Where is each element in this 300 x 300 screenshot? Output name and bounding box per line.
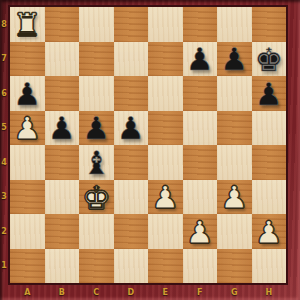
file-label-d: D xyxy=(114,286,149,299)
square-f7[interactable]: ♟ xyxy=(183,42,218,77)
square-d4[interactable] xyxy=(114,145,149,180)
square-f8[interactable] xyxy=(183,7,218,42)
white-pawn[interactable]: ♟ xyxy=(151,182,179,213)
square-e5[interactable] xyxy=(148,111,183,146)
square-c1[interactable] xyxy=(79,249,114,284)
square-g7[interactable]: ♟ xyxy=(217,42,252,77)
square-h4[interactable] xyxy=(252,145,287,180)
file-label-b: B xyxy=(45,286,80,299)
square-a4[interactable] xyxy=(10,145,45,180)
square-c3[interactable]: ♚ xyxy=(79,180,114,215)
square-e7[interactable] xyxy=(148,42,183,77)
square-h2[interactable]: ♟ xyxy=(252,214,287,249)
square-a7[interactable] xyxy=(10,42,45,77)
square-e8[interactable] xyxy=(148,7,183,42)
square-f1[interactable] xyxy=(183,249,218,284)
square-h3[interactable] xyxy=(252,180,287,215)
square-h8[interactable] xyxy=(252,7,287,42)
white-pawn[interactable]: ♟ xyxy=(220,182,248,213)
square-c4[interactable]: ♝ xyxy=(79,145,114,180)
square-g4[interactable] xyxy=(217,145,252,180)
square-g2[interactable] xyxy=(217,214,252,249)
square-c2[interactable] xyxy=(79,214,114,249)
square-d6[interactable] xyxy=(114,76,149,111)
square-d8[interactable] xyxy=(114,7,149,42)
square-e6[interactable] xyxy=(148,76,183,111)
rank-label-4: 4 xyxy=(0,145,8,180)
square-h6[interactable]: ♟ xyxy=(252,76,287,111)
black-bishop[interactable]: ♝ xyxy=(82,147,111,179)
board-inner-frame: ♜♟♟♚♟♟♟♟♟♟♝♚♟♟♟♟ xyxy=(8,5,288,285)
square-e2[interactable] xyxy=(148,214,183,249)
square-d1[interactable] xyxy=(114,249,149,284)
square-d5[interactable]: ♟ xyxy=(114,111,149,146)
square-b4[interactable] xyxy=(45,145,80,180)
square-h5[interactable] xyxy=(252,111,287,146)
square-e4[interactable] xyxy=(148,145,183,180)
file-label-f: F xyxy=(183,286,218,299)
chess-board-window: ♜♟♟♚♟♟♟♟♟♟♝♚♟♟♟♟ 87654321ABCDEFGH xyxy=(0,0,300,300)
square-h7[interactable]: ♚ xyxy=(252,42,287,77)
black-king[interactable]: ♚ xyxy=(254,44,283,76)
square-d3[interactable] xyxy=(114,180,149,215)
file-label-e: E xyxy=(148,286,183,299)
white-pawn[interactable]: ♟ xyxy=(255,217,283,248)
black-pawn[interactable]: ♟ xyxy=(255,79,283,110)
square-b5[interactable]: ♟ xyxy=(45,111,80,146)
square-e3[interactable]: ♟ xyxy=(148,180,183,215)
square-c8[interactable] xyxy=(79,7,114,42)
square-b1[interactable] xyxy=(45,249,80,284)
square-b6[interactable] xyxy=(45,76,80,111)
rank-label-6: 6 xyxy=(0,76,8,111)
square-e1[interactable] xyxy=(148,249,183,284)
square-h1[interactable] xyxy=(252,249,287,284)
square-f2[interactable]: ♟ xyxy=(183,214,218,249)
white-pawn[interactable]: ♟ xyxy=(186,217,214,248)
black-pawn[interactable]: ♟ xyxy=(48,113,76,144)
square-f4[interactable] xyxy=(183,145,218,180)
square-a1[interactable] xyxy=(10,249,45,284)
square-b2[interactable] xyxy=(45,214,80,249)
file-label-a: A xyxy=(10,286,45,299)
square-g1[interactable] xyxy=(217,249,252,284)
white-king[interactable]: ♚ xyxy=(82,182,111,214)
square-b3[interactable] xyxy=(45,180,80,215)
square-f3[interactable] xyxy=(183,180,218,215)
square-g3[interactable]: ♟ xyxy=(217,180,252,215)
square-g6[interactable] xyxy=(217,76,252,111)
chess-board: ♜♟♟♚♟♟♟♟♟♟♝♚♟♟♟♟ xyxy=(10,7,286,283)
square-c7[interactable] xyxy=(79,42,114,77)
square-g5[interactable] xyxy=(217,111,252,146)
file-label-g: G xyxy=(217,286,252,299)
rank-label-7: 7 xyxy=(0,42,8,77)
square-a8[interactable]: ♜ xyxy=(10,7,45,42)
rank-label-1: 1 xyxy=(0,249,8,284)
rank-label-3: 3 xyxy=(0,180,8,215)
rank-label-5: 5 xyxy=(0,111,8,146)
white-pawn[interactable]: ♟ xyxy=(13,113,41,144)
black-pawn[interactable]: ♟ xyxy=(13,79,41,110)
file-label-c: C xyxy=(79,286,114,299)
white-rook[interactable]: ♜ xyxy=(13,9,42,41)
black-pawn[interactable]: ♟ xyxy=(220,44,248,75)
square-f5[interactable] xyxy=(183,111,218,146)
square-a5[interactable]: ♟ xyxy=(10,111,45,146)
square-a2[interactable] xyxy=(10,214,45,249)
file-label-h: H xyxy=(252,286,287,299)
square-a6[interactable]: ♟ xyxy=(10,76,45,111)
square-b8[interactable] xyxy=(45,7,80,42)
rank-label-2: 2 xyxy=(0,214,8,249)
square-c5[interactable]: ♟ xyxy=(79,111,114,146)
square-f6[interactable] xyxy=(183,76,218,111)
rank-label-8: 8 xyxy=(0,7,8,42)
square-c6[interactable] xyxy=(79,76,114,111)
black-pawn[interactable]: ♟ xyxy=(82,113,110,144)
black-pawn[interactable]: ♟ xyxy=(186,44,214,75)
black-pawn[interactable]: ♟ xyxy=(117,113,145,144)
square-d7[interactable] xyxy=(114,42,149,77)
square-g8[interactable] xyxy=(217,7,252,42)
square-b7[interactable] xyxy=(45,42,80,77)
square-a3[interactable] xyxy=(10,180,45,215)
square-d2[interactable] xyxy=(114,214,149,249)
